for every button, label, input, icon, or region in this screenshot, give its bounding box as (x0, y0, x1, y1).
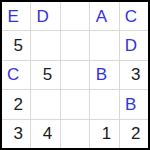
cell-r1c5[interactable]: C (120, 2, 148, 30)
cell-r1c2[interactable]: D (31, 2, 59, 30)
cell-r4c5[interactable]: B (120, 90, 148, 118)
letter-value: D (36, 8, 48, 25)
cell-r5c1[interactable]: 3 (2, 120, 30, 148)
cell-r5c2[interactable]: 4 (31, 120, 59, 148)
puzzle-board: EDAC5DC5B32B3412 (0, 0, 150, 150)
number-value: 1 (102, 125, 111, 142)
letter-value: C (125, 8, 137, 25)
number-value: 5 (43, 66, 52, 83)
cell-r3c3[interactable] (61, 61, 89, 89)
number-value: 4 (43, 125, 52, 142)
letter-value: A (96, 8, 107, 25)
cell-r4c3[interactable] (61, 90, 89, 118)
cell-r2c1[interactable]: 5 (2, 31, 30, 59)
letter-value: B (125, 96, 136, 113)
letter-value: B (96, 66, 107, 83)
letter-value: C (7, 66, 19, 83)
cell-r5c4[interactable]: 1 (90, 120, 118, 148)
cell-r2c4[interactable] (90, 31, 118, 59)
cell-r5c5[interactable]: 2 (120, 120, 148, 148)
cell-r3c4[interactable]: B (90, 61, 118, 89)
cell-r3c1[interactable]: C (2, 61, 30, 89)
number-value: 2 (13, 96, 22, 113)
cell-r4c1[interactable]: 2 (2, 90, 30, 118)
number-value: 3 (13, 125, 22, 142)
letter-value: D (125, 37, 137, 54)
cell-r2c2[interactable] (31, 31, 59, 59)
cell-r2c5[interactable]: D (120, 31, 148, 59)
number-value: 5 (13, 37, 22, 54)
cell-r2c3[interactable] (61, 31, 89, 59)
cell-r4c4[interactable] (90, 90, 118, 118)
cell-r4c2[interactable] (31, 90, 59, 118)
cell-r3c2[interactable]: 5 (31, 61, 59, 89)
cell-r3c5[interactable]: 3 (120, 61, 148, 89)
letter-value: E (8, 8, 19, 25)
number-value: 2 (131, 125, 140, 142)
cell-r5c3[interactable] (61, 120, 89, 148)
cell-r1c4[interactable]: A (90, 2, 118, 30)
cell-r1c1[interactable]: E (2, 2, 30, 30)
number-value: 3 (131, 66, 140, 83)
cell-r1c3[interactable] (61, 2, 89, 30)
